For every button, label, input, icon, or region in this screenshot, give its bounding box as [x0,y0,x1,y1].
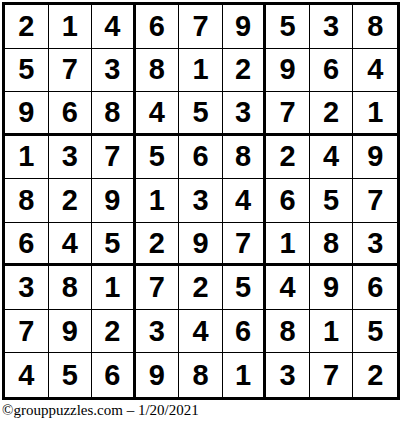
sudoku-cell-r1c5: 7 [179,5,223,49]
sudoku-cell-r7c1: 3 [5,266,49,310]
sudoku-cell-r3c2: 6 [49,92,93,136]
sudoku-cell-r2c3: 3 [92,49,136,93]
sudoku-cell-r6c7: 1 [266,223,310,267]
sudoku-cell-r2c2: 7 [49,49,93,93]
sudoku-cell-r4c6: 8 [223,136,267,180]
sudoku-cell-r5c2: 2 [49,179,93,223]
sudoku-cell-r4c9: 9 [353,136,397,180]
sudoku-cell-r8c6: 6 [223,310,267,354]
sudoku-cell-r6c6: 7 [223,223,267,267]
sudoku-cell-r8c7: 8 [266,310,310,354]
sudoku-cell-r7c3: 1 [92,266,136,310]
sudoku-cell-r9c5: 8 [179,353,223,397]
sudoku-cell-r4c4: 5 [136,136,180,180]
sudoku-cell-r9c2: 5 [49,353,93,397]
sudoku-cell-r5c4: 1 [136,179,180,223]
sudoku-cell-r6c1: 6 [5,223,49,267]
sudoku-cell-r6c5: 9 [179,223,223,267]
sudoku-cell-r4c5: 6 [179,136,223,180]
sudoku-cell-r2c4: 8 [136,49,180,93]
sudoku-cell-r4c7: 2 [266,136,310,180]
sudoku-cell-r4c3: 7 [92,136,136,180]
sudoku-cell-r8c2: 9 [49,310,93,354]
sudoku-cell-r9c9: 2 [353,353,397,397]
sudoku-cell-r3c7: 7 [266,92,310,136]
sudoku-cell-r5c5: 3 [179,179,223,223]
sudoku-cell-r6c9: 3 [353,223,397,267]
sudoku-cell-r6c3: 5 [92,223,136,267]
sudoku-cell-r2c7: 9 [266,49,310,93]
sudoku-cell-r7c2: 8 [49,266,93,310]
sudoku-cell-r4c2: 3 [49,136,93,180]
sudoku-cell-r8c1: 7 [5,310,49,354]
sudoku-cell-r9c4: 9 [136,353,180,397]
sudoku-cell-r1c2: 1 [49,5,93,49]
sudoku-cell-r7c4: 7 [136,266,180,310]
sudoku-cell-r3c5: 5 [179,92,223,136]
sudoku-cell-r1c7: 5 [266,5,310,49]
sudoku-cell-r3c8: 2 [310,92,354,136]
sudoku-cell-r7c6: 5 [223,266,267,310]
sudoku-cell-r3c1: 9 [5,92,49,136]
sudoku-cell-r3c4: 4 [136,92,180,136]
sudoku-grid: 2146795385738129649684537211375682498291… [2,2,400,400]
sudoku-cell-r5c3: 9 [92,179,136,223]
sudoku-cell-r3c9: 1 [353,92,397,136]
sudoku-cell-r5c1: 8 [5,179,49,223]
sudoku-cell-r2c1: 5 [5,49,49,93]
sudoku-cell-r6c8: 8 [310,223,354,267]
sudoku-cell-r9c3: 6 [92,353,136,397]
sudoku-cell-r2c8: 6 [310,49,354,93]
sudoku-cell-r1c1: 2 [5,5,49,49]
sudoku-cell-r5c8: 5 [310,179,354,223]
sudoku-cell-r8c4: 3 [136,310,180,354]
sudoku-cell-r2c5: 1 [179,49,223,93]
sudoku-cell-r3c6: 3 [223,92,267,136]
sudoku-cell-r9c7: 3 [266,353,310,397]
sudoku-cell-r1c8: 3 [310,5,354,49]
sudoku-cell-r5c7: 6 [266,179,310,223]
sudoku-cell-r8c9: 5 [353,310,397,354]
sudoku-cell-r7c5: 2 [179,266,223,310]
sudoku-cell-r2c6: 2 [223,49,267,93]
sudoku-cell-r8c5: 4 [179,310,223,354]
sudoku-cell-r2c9: 4 [353,49,397,93]
sudoku-cell-r4c1: 1 [5,136,49,180]
sudoku-cell-r8c8: 1 [310,310,354,354]
copyright-text: ©grouppuzzles.com – 1/20/2021 [2,402,199,419]
sudoku-cell-r6c4: 2 [136,223,180,267]
sudoku-cell-r7c9: 6 [353,266,397,310]
sudoku-cell-r5c6: 4 [223,179,267,223]
sudoku-cell-r1c6: 9 [223,5,267,49]
sudoku-cell-r9c1: 4 [5,353,49,397]
sudoku-cell-r9c6: 1 [223,353,267,397]
sudoku-cell-r7c7: 4 [266,266,310,310]
sudoku-cell-r8c3: 2 [92,310,136,354]
sudoku-cell-r1c3: 4 [92,5,136,49]
sudoku-cell-r9c8: 7 [310,353,354,397]
sudoku-cell-r1c9: 8 [353,5,397,49]
sudoku-cell-r6c2: 4 [49,223,93,267]
sudoku-cell-r4c8: 4 [310,136,354,180]
sudoku-cell-r1c4: 6 [136,5,180,49]
sudoku-cell-r3c3: 8 [92,92,136,136]
sudoku-cell-r7c8: 9 [310,266,354,310]
sudoku-cell-r5c9: 7 [353,179,397,223]
